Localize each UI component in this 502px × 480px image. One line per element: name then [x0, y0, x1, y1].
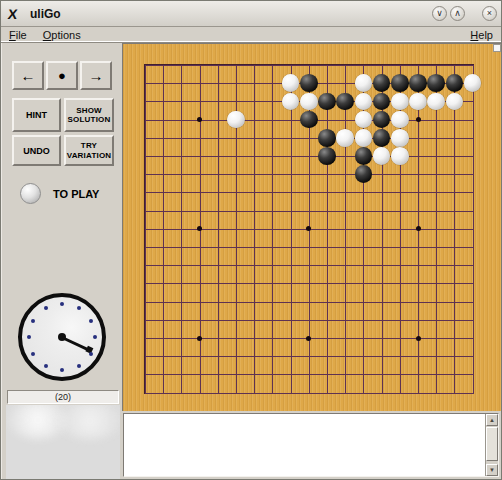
white-stone-icon	[20, 183, 41, 204]
right-arrow-icon: →	[89, 67, 104, 84]
star-point	[416, 226, 421, 231]
white-stone[interactable]	[355, 74, 373, 92]
undo-button[interactable]: UNDO	[12, 135, 61, 166]
star-point	[197, 336, 202, 341]
white-stone[interactable]	[336, 129, 354, 147]
black-stone[interactable]	[446, 74, 464, 92]
scroll-up-icon[interactable]: ▲	[486, 414, 498, 426]
white-stone[interactable]	[391, 129, 409, 147]
window-controls: ∨ ∧ ×	[432, 6, 497, 21]
grid-line-vertical	[473, 65, 474, 394]
white-stone[interactable]	[355, 129, 373, 147]
maximize-button[interactable]: ∧	[450, 6, 465, 21]
white-stone[interactable]	[427, 93, 445, 111]
white-stone[interactable]	[391, 147, 409, 165]
grid-line-vertical	[345, 65, 346, 394]
black-stone[interactable]	[409, 74, 427, 92]
clock-center-dot	[58, 333, 66, 341]
grid-line-horizontal	[145, 247, 474, 248]
white-stone[interactable]	[409, 93, 427, 111]
uligo-window: { "window": { "title": "uliGo", "icon_gl…	[0, 0, 502, 480]
black-stone[interactable]	[300, 74, 318, 92]
clock-hour-dot	[44, 364, 48, 368]
board-corner-widget	[493, 44, 501, 52]
white-stone[interactable]	[227, 111, 245, 129]
black-stone[interactable]	[300, 111, 318, 129]
clock-hour-dot	[31, 319, 35, 323]
star-point	[306, 336, 311, 341]
menu-options[interactable]: Options	[35, 29, 89, 41]
black-stone[interactable]	[391, 74, 409, 92]
minimize-button[interactable]: ∨	[432, 6, 447, 21]
grid-line-horizontal	[145, 393, 474, 394]
clock-hour-dot	[89, 319, 93, 323]
grid-line-vertical	[327, 65, 328, 394]
left-arrow-icon: ←	[21, 67, 36, 84]
app-icon: X	[7, 7, 23, 21]
grid-line-horizontal	[145, 320, 474, 321]
status-blob	[58, 405, 120, 439]
control-panel: ← ● → HINT SHOW SOLUTION UNDO TRY VARIAT…	[1, 43, 122, 480]
window-title: uliGo	[30, 7, 61, 21]
white-stone[interactable]	[373, 147, 391, 165]
go-board[interactable]	[122, 43, 502, 411]
clock-hour-dot	[93, 335, 97, 339]
grid-line-vertical	[454, 65, 455, 394]
star-point	[416, 336, 421, 341]
black-stone[interactable]	[427, 74, 445, 92]
scrollbar-thumb[interactable]	[486, 427, 498, 461]
grid-line-horizontal	[145, 265, 474, 266]
black-stone[interactable]	[355, 165, 373, 183]
grid-line-horizontal	[145, 374, 474, 375]
clock-hour-dot	[60, 302, 64, 306]
back-button[interactable]: ←	[12, 61, 44, 90]
to-play-label: TO PLAY	[53, 188, 99, 200]
clock-hour-dot	[31, 352, 35, 356]
white-stone[interactable]	[464, 74, 482, 92]
menu-help[interactable]: Help	[462, 29, 501, 41]
hint-button[interactable]: HINT	[12, 98, 61, 132]
title-bar: X uliGo ∨ ∧ ×	[1, 1, 502, 27]
grid-line-horizontal	[145, 283, 474, 284]
clock-hour-dot	[77, 306, 81, 310]
scroll-down-icon[interactable]: ▼	[486, 464, 498, 476]
grid-line-horizontal	[145, 356, 474, 357]
black-stone[interactable]	[373, 129, 391, 147]
grid-line-vertical	[436, 65, 437, 394]
menu-file[interactable]: File	[1, 29, 35, 41]
black-stone[interactable]	[336, 93, 354, 111]
white-stone[interactable]	[391, 111, 409, 129]
problem-counter: (20)	[7, 390, 119, 404]
vertical-scrollbar[interactable]: ▲ ▼	[485, 414, 498, 476]
forward-button[interactable]: →	[80, 61, 112, 90]
close-button[interactable]: ×	[482, 6, 497, 21]
show-solution-button[interactable]: SHOW SOLUTION	[64, 98, 114, 132]
star-point	[416, 117, 421, 122]
try-variation-button[interactable]: TRY VARIATION	[64, 135, 114, 166]
black-stone[interactable]	[318, 129, 336, 147]
play-move-button[interactable]: ●	[46, 61, 78, 90]
menu-bar: File Options Help	[1, 27, 502, 43]
countdown-clock	[18, 293, 106, 381]
white-stone[interactable]	[391, 93, 409, 111]
clock-hour-dot	[77, 364, 81, 368]
clock-hour-dot	[44, 306, 48, 310]
status-area	[6, 405, 120, 479]
stone-icon: ●	[58, 68, 66, 83]
black-stone[interactable]	[318, 147, 336, 165]
grid-line-horizontal	[145, 302, 474, 303]
white-stone[interactable]	[300, 93, 318, 111]
black-stone[interactable]	[355, 147, 373, 165]
clock-hour-dot	[60, 368, 64, 372]
black-stone[interactable]	[318, 93, 336, 111]
clock-hour-dot	[89, 352, 93, 356]
clock-hour-dot	[27, 335, 31, 339]
to-play-indicator: TO PLAY	[20, 183, 99, 204]
comment-textarea[interactable]: ▲ ▼	[123, 413, 499, 477]
